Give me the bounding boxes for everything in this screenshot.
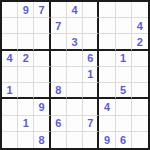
cell-r5c6: 1 — [83, 67, 99, 83]
cell-r5c3[interactable] — [34, 67, 50, 83]
cell-r9c2[interactable] — [18, 132, 34, 148]
cell-r2c7[interactable] — [99, 18, 115, 34]
cell-r4c9[interactable] — [132, 51, 148, 67]
cell-r7c1[interactable] — [2, 99, 18, 115]
cell-r3c2[interactable] — [18, 34, 34, 50]
cell-r1c3: 7 — [34, 2, 50, 18]
cell-r9c7: 9 — [99, 132, 115, 148]
cell-r8c2: 1 — [18, 116, 34, 132]
cell-r5c4[interactable] — [51, 67, 67, 83]
cell-r6c1: 1 — [2, 83, 18, 99]
cell-r9c3: 8 — [34, 132, 50, 148]
cell-r9c6[interactable] — [83, 132, 99, 148]
cell-r2c2[interactable] — [18, 18, 34, 34]
cell-r5c5[interactable] — [67, 67, 83, 83]
cell-r8c6: 7 — [83, 116, 99, 132]
cell-r3c1[interactable] — [2, 34, 18, 50]
cell-r3c4[interactable] — [51, 34, 67, 50]
cell-r9c9[interactable] — [132, 132, 148, 148]
cell-r4c6: 6 — [83, 51, 99, 67]
cell-r6c8: 5 — [116, 83, 132, 99]
cell-r7c2[interactable] — [18, 99, 34, 115]
cell-r2c8[interactable] — [116, 18, 132, 34]
cell-r1c5: 4 — [67, 2, 83, 18]
cell-r2c6[interactable] — [83, 18, 99, 34]
cell-r2c9: 4 — [132, 18, 148, 34]
cell-r4c5[interactable] — [67, 51, 83, 67]
cell-r3c6[interactable] — [83, 34, 99, 50]
cell-r8c3[interactable] — [34, 116, 50, 132]
cell-r1c2: 9 — [18, 2, 34, 18]
cell-r8c1[interactable] — [2, 116, 18, 132]
cell-r2c4: 7 — [51, 18, 67, 34]
cell-r9c8: 6 — [116, 132, 132, 148]
cell-r5c9[interactable] — [132, 67, 148, 83]
cell-r7c6[interactable] — [83, 99, 99, 115]
cell-r4c3[interactable] — [34, 51, 50, 67]
cell-r6c4: 8 — [51, 83, 67, 99]
cell-r8c4: 6 — [51, 116, 67, 132]
cell-r4c4[interactable] — [51, 51, 67, 67]
cell-r5c1[interactable] — [2, 67, 18, 83]
cell-r8c9[interactable] — [132, 116, 148, 132]
cell-r4c7[interactable] — [99, 51, 115, 67]
cell-r4c2: 2 — [18, 51, 34, 67]
cell-r6c9[interactable] — [132, 83, 148, 99]
cell-r9c4[interactable] — [51, 132, 67, 148]
cell-r3c8[interactable] — [116, 34, 132, 50]
cell-r7c3: 9 — [34, 99, 50, 115]
cell-r1c6[interactable] — [83, 2, 99, 18]
cell-r7c9[interactable] — [132, 99, 148, 115]
cell-r3c5: 3 — [67, 34, 83, 50]
cell-r6c7[interactable] — [99, 83, 115, 99]
cell-r8c7[interactable] — [99, 116, 115, 132]
cell-r3c7[interactable] — [99, 34, 115, 50]
cell-r2c3[interactable] — [34, 18, 50, 34]
cell-r6c3[interactable] — [34, 83, 50, 99]
cell-r7c8[interactable] — [116, 99, 132, 115]
cell-r1c8[interactable] — [116, 2, 132, 18]
cell-r7c4[interactable] — [51, 99, 67, 115]
cell-r4c8: 1 — [116, 51, 132, 67]
cell-r3c9: 2 — [132, 34, 148, 50]
cell-r8c8[interactable] — [116, 116, 132, 132]
cell-r1c9[interactable] — [132, 2, 148, 18]
cell-r5c2[interactable] — [18, 67, 34, 83]
cell-r7c5[interactable] — [67, 99, 83, 115]
cell-r6c2[interactable] — [18, 83, 34, 99]
cell-r1c7[interactable] — [99, 2, 115, 18]
cell-r5c7[interactable] — [99, 67, 115, 83]
cell-r9c1[interactable] — [2, 132, 18, 148]
cell-r2c1[interactable] — [2, 18, 18, 34]
cell-r1c4[interactable] — [51, 2, 67, 18]
cell-r1c1[interactable] — [2, 2, 18, 18]
cell-r2c5[interactable] — [67, 18, 83, 34]
cell-r4c1: 4 — [2, 51, 18, 67]
cell-r8c5[interactable] — [67, 116, 83, 132]
cell-r7c7: 4 — [99, 99, 115, 115]
cell-r3c3[interactable] — [34, 34, 50, 50]
cell-r9c5[interactable] — [67, 132, 83, 148]
cell-r6c5[interactable] — [67, 83, 83, 99]
cell-r6c6[interactable] — [83, 83, 99, 99]
sudoku-board: 9 7 4 7 4 3 2 4 2 6 1 1 1 8 5 9 4 — [0, 0, 150, 150]
cell-r5c8[interactable] — [116, 67, 132, 83]
